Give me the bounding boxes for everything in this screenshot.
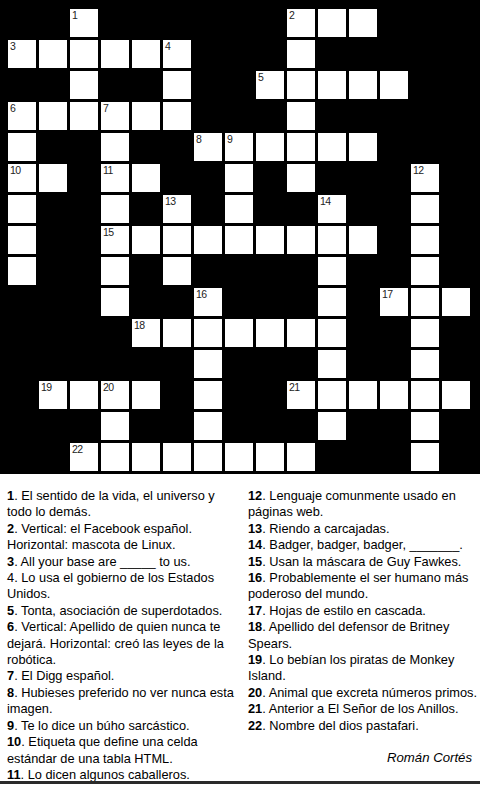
grid-cell-r10c11[interactable] [318,288,346,316]
grid-cell-r1c12[interactable] [349,9,377,37]
block-cell-r9c2 [39,257,67,285]
block-cell-r2c9 [256,40,284,68]
clue-number-label: 8 [7,685,14,700]
block-cell-r12c10 [287,350,315,378]
clues-section: 1. El sentido de la vida, el universo y … [0,474,480,783]
grid-clue-number-21: 21 [289,381,300,393]
block-cell-r2c7 [194,40,222,68]
grid-cell-r3c6[interactable] [163,71,191,99]
grid-cell-r10c7[interactable]: 16 [194,288,222,316]
clue-number-label: 11 [7,767,21,782]
grid-cell-r13c11[interactable] [318,381,346,409]
grid-cell-r1c11[interactable] [318,9,346,37]
grid-cell-r6c2[interactable] [39,164,67,192]
block-cell-r8c13 [380,226,408,254]
grid-cell-r3c10[interactable] [287,71,315,99]
grid-cell-r4c6[interactable] [163,102,191,130]
grid-cell-r13c13[interactable] [380,381,408,409]
block-cell-r1c9 [256,9,284,37]
clue-3: 3. All your base are _____ to us. [7,554,239,570]
block-cell-r14c2 [39,412,67,440]
grid-cell-r2c2[interactable] [39,40,67,68]
grid-cell-r10c4[interactable] [101,288,129,316]
grid-cell-r5c11[interactable] [318,133,346,161]
block-cell-r10c10 [287,288,315,316]
block-cell-r14c10 [287,412,315,440]
block-cell-r1c2 [39,9,67,37]
block-cell-r1c15 [442,9,470,37]
block-cell-r3c15 [442,71,470,99]
block-cell-r11c3 [70,319,98,347]
grid-cell-r13c7[interactable] [194,381,222,409]
grid-cell-r7c14[interactable] [411,195,439,223]
clue-number-label: 13 [248,521,262,536]
clue-number-label: 10 [7,734,21,749]
grid-cell-r8c1[interactable] [8,226,36,254]
grid-cell-r14c11[interactable] [318,412,346,440]
clue-16: 16. Probablemente el ser humano más pode… [248,570,480,603]
block-cell-r4c11 [318,102,346,130]
grid-cell-r15c6[interactable] [163,443,191,471]
block-cell-r3c2 [39,71,67,99]
grid-cell-r11c9[interactable] [256,319,284,347]
grid-cell-r9c11[interactable] [318,257,346,285]
block-cell-r3c1 [8,71,36,99]
grid-cell-r13c5[interactable] [132,381,160,409]
block-cell-r1c8 [225,9,253,37]
block-cell-r12c9 [256,350,284,378]
clue-19: 19. Lo bebían los piratas de Monkey Isla… [248,652,480,685]
block-cell-r11c1 [8,319,36,347]
grid-cell-r15c7[interactable] [194,443,222,471]
clue-17: 17. Hojas de estilo en cascada. [248,603,480,619]
block-cell-r2c11 [318,40,346,68]
block-cell-r12c8 [225,350,253,378]
block-cell-r6c7 [194,164,222,192]
block-cell-r2c12 [349,40,377,68]
block-cell-r13c8 [225,381,253,409]
block-cell-r8c3 [70,226,98,254]
block-cell-r12c6 [163,350,191,378]
clue-21: 21. Anterior a El Señor de los Anillos. [248,701,480,717]
grid-cell-r15c9[interactable] [256,443,284,471]
clue-6: 6. Vertical: Apellido de quien nunca te … [7,619,239,668]
block-cell-r11c13 [380,319,408,347]
grid-cell-r3c11[interactable] [318,71,346,99]
block-cell-r3c8 [225,71,253,99]
block-cell-r15c13 [380,443,408,471]
grid-cell-r3c3[interactable] [70,71,98,99]
block-cell-r4c14 [411,102,439,130]
clue-number-label: 3 [7,554,14,569]
grid-cell-r14c14[interactable] [411,412,439,440]
clue-14: 14. Badger, badger, badger, _______. [248,537,480,553]
block-cell-r10c5 [132,288,160,316]
block-cell-r15c11 [318,443,346,471]
clue-number-label: 16 [248,570,262,585]
grid-cell-r8c7[interactable] [194,226,222,254]
grid-cell-r7c1[interactable] [8,195,36,223]
grid-cell-r11c11[interactable] [318,319,346,347]
block-cell-r14c5 [132,412,160,440]
block-cell-r3c4 [101,71,129,99]
block-cell-r5c3 [70,133,98,161]
grid-clue-number-3: 3 [10,40,15,52]
grid-cell-r3c12[interactable] [349,71,377,99]
clue-5: 5. Tonta, asociación de superdotados. [7,603,239,619]
block-cell-r9c7 [194,257,222,285]
grid-cell-r6c5[interactable] [132,164,160,192]
crossword-grid: 12345678910111213141516171819202122 [8,9,470,471]
clue-12: 12. Lenguaje comunmente usado en páginas… [248,488,480,521]
grid-cell-r13c4[interactable]: 20 [101,381,129,409]
grid-cell-r2c5[interactable] [132,40,160,68]
grid-cell-r7c4[interactable] [101,195,129,223]
grid-cell-r8c5[interactable] [132,226,160,254]
block-cell-r10c8 [225,288,253,316]
grid-cell-r8c6[interactable] [163,226,191,254]
grid-clue-number-17: 17 [382,288,393,300]
block-cell-r12c3 [70,350,98,378]
grid-clue-number-15: 15 [103,226,114,238]
block-cell-r2c14 [411,40,439,68]
clue-number-label: 21 [248,701,262,716]
grid-cell-r8c10[interactable] [287,226,315,254]
block-cell-r5c6 [163,133,191,161]
grid-clue-number-20: 20 [103,381,114,393]
grid-cell-r2c6[interactable]: 4 [163,40,191,68]
grid-cell-r9c6[interactable] [163,257,191,285]
grid-cell-r1c3[interactable]: 1 [70,9,98,37]
grid-cell-r4c10[interactable] [287,102,315,130]
block-cell-r14c12 [349,412,377,440]
clue-number-label: 5 [7,603,14,618]
grid-cell-r5c8[interactable]: 9 [225,133,253,161]
grid-cell-r13c3[interactable] [70,381,98,409]
clue-number-label: 2 [7,521,14,536]
block-cell-r15c15 [442,443,470,471]
block-cell-r7c9 [256,195,284,223]
block-cell-r6c6 [163,164,191,192]
grid-cell-r10c13[interactable]: 17 [380,288,408,316]
grid-cell-r12c14[interactable] [411,350,439,378]
clue-2: 2. Vertical: el Facebook español. Horizo… [7,521,239,554]
block-cell-r1c4 [101,9,129,37]
block-cell-r3c5 [132,71,160,99]
grid-cell-r15c4[interactable] [101,443,129,471]
clues-column-left: 1. El sentido de la vida, el universo y … [7,488,239,783]
grid-clue-number-9: 9 [227,133,232,145]
grid-cell-r10c14[interactable] [411,288,439,316]
grid-cell-r7c11[interactable]: 14 [318,195,346,223]
clue-number-label: 18 [248,619,262,634]
grid-cell-r13c12[interactable] [349,381,377,409]
block-cell-r14c3 [70,412,98,440]
block-cell-r3c14 [411,71,439,99]
clues-column-right: 12. Lenguaje comunmente usado en páginas… [248,488,480,783]
grid-cell-r4c1[interactable]: 6 [8,102,36,130]
block-cell-r10c12 [349,288,377,316]
grid-clue-number-4: 4 [165,40,170,52]
clue-number-label: 17 [248,603,262,618]
author-signature: Román Cortés [248,750,480,766]
grid-cell-r5c9[interactable] [256,133,284,161]
block-cell-r14c9 [256,412,284,440]
block-cell-r12c15 [442,350,470,378]
block-cell-r1c7 [194,9,222,37]
block-cell-r5c13 [380,133,408,161]
grid-cell-r13c14[interactable] [411,381,439,409]
grid-clue-number-7: 7 [103,102,108,114]
grid-cell-r2c10[interactable] [287,40,315,68]
block-cell-r10c1 [8,288,36,316]
block-cell-r1c14 [411,9,439,37]
block-cell-r6c9 [256,164,284,192]
block-cell-r2c15 [442,40,470,68]
block-cell-r5c5 [132,133,160,161]
clue-number-label: 14 [248,537,262,552]
grid-cell-r8c9[interactable] [256,226,284,254]
grid-cell-r15c3[interactable]: 22 [70,443,98,471]
block-cell-r9c9 [256,257,284,285]
grid-cell-r8c8[interactable] [225,226,253,254]
grid-clue-number-12: 12 [413,164,424,176]
grid-cell-r4c5[interactable] [132,102,160,130]
grid-clue-number-22: 22 [72,443,83,455]
clue-number-label: 15 [248,554,262,569]
block-cell-r15c2 [39,443,67,471]
grid-cell-r6c14[interactable]: 12 [411,164,439,192]
clue-number-label: 20 [248,685,262,700]
block-cell-r14c1 [8,412,36,440]
grid-cell-r8c11[interactable] [318,226,346,254]
grid-cell-r4c3[interactable] [70,102,98,130]
block-cell-r7c10 [287,195,315,223]
grid-cell-r7c6[interactable]: 13 [163,195,191,223]
clue-number-label: 4 [7,570,14,585]
block-cell-r14c8 [225,412,253,440]
block-cell-r12c2 [39,350,67,378]
block-cell-r7c5 [132,195,160,223]
block-cell-r9c3 [70,257,98,285]
grid-clue-number-1: 1 [72,9,77,21]
block-cell-r9c10 [287,257,315,285]
block-cell-r9c15 [442,257,470,285]
block-cell-r11c15 [442,319,470,347]
clue-number-label: 12 [248,488,262,503]
grid-cell-r6c8[interactable] [225,164,253,192]
grid-cell-r13c2[interactable]: 19 [39,381,67,409]
grid-cell-r11c10[interactable] [287,319,315,347]
grid-cell-r13c10[interactable]: 21 [287,381,315,409]
block-cell-r8c15 [442,226,470,254]
bottom-divider [0,781,480,784]
grid-cell-r11c5[interactable]: 18 [132,319,160,347]
clue-7: 7. El Digg español. [7,668,239,684]
block-cell-r11c2 [39,319,67,347]
crossword-board: 12345678910111213141516171819202122 [0,0,480,474]
clue-8: 8. Hubieses preferido no ver nunca esta … [7,685,239,718]
block-cell-r9c8 [225,257,253,285]
clue-number-label: 6 [7,619,14,634]
grid-cell-r3c13[interactable] [380,71,408,99]
clue-number-label: 7 [7,668,14,683]
block-cell-r9c12 [349,257,377,285]
block-cell-r4c7 [194,102,222,130]
block-cell-r10c3 [70,288,98,316]
grid-cell-r11c6[interactable] [163,319,191,347]
block-cell-r7c12 [349,195,377,223]
grid-cell-r4c2[interactable] [39,102,67,130]
grid-cell-r8c4[interactable]: 15 [101,226,129,254]
grid-cell-r5c1[interactable] [8,133,36,161]
grid-cell-r9c1[interactable] [8,257,36,285]
grid-cell-r2c4[interactable] [101,40,129,68]
clue-9: 9. Te lo dice un búho sarcástico. [7,718,239,734]
block-cell-r4c8 [225,102,253,130]
block-cell-r1c6 [163,9,191,37]
grid-cell-r6c10[interactable] [287,164,315,192]
grid-cell-r11c14[interactable] [411,319,439,347]
clue-number-label: 1 [7,488,14,503]
grid-clue-number-5: 5 [258,71,263,83]
grid-cell-r11c7[interactable] [194,319,222,347]
block-cell-r13c1 [8,381,36,409]
crossword-page: 12345678910111213141516171819202122 1. E… [0,0,480,783]
block-cell-r1c5 [132,9,160,37]
grid-cell-r14c7[interactable] [194,412,222,440]
grid-clue-number-19: 19 [41,381,52,393]
grid-clue-number-11: 11 [103,164,113,176]
grid-cell-r5c12[interactable] [349,133,377,161]
block-cell-r14c15 [442,412,470,440]
block-cell-r7c15 [442,195,470,223]
grid-cell-r9c14[interactable] [411,257,439,285]
block-cell-r4c15 [442,102,470,130]
grid-cell-r6c1[interactable]: 10 [8,164,36,192]
block-cell-r2c13 [380,40,408,68]
block-cell-r7c13 [380,195,408,223]
block-cell-r13c9 [256,381,284,409]
grid-cell-r13c15[interactable] [442,381,470,409]
block-cell-r14c6 [163,412,191,440]
block-cell-r5c2 [39,133,67,161]
grid-cell-r15c8[interactable] [225,443,253,471]
grid-clue-number-6: 6 [10,102,15,114]
grid-cell-r5c7[interactable]: 8 [194,133,222,161]
clue-number-label: 22 [248,718,262,733]
clue-13: 13. Riendo a carcajadas. [248,521,480,537]
grid-cell-r4c4[interactable]: 7 [101,102,129,130]
clue-18: 18. Apellido del defensor de Britney Spe… [248,619,480,652]
block-cell-r5c15 [442,133,470,161]
block-cell-r15c12 [349,443,377,471]
grid-cell-r8c12[interactable] [349,226,377,254]
block-cell-r6c3 [70,164,98,192]
block-cell-r7c2 [39,195,67,223]
clue-number-label: 9 [7,718,14,733]
block-cell-r12c5 [132,350,160,378]
grid-cell-r2c3[interactable] [70,40,98,68]
clue-22: 22. Nombre del dios pastafari. [248,718,480,734]
grid-clue-number-8: 8 [196,133,201,145]
block-cell-r7c3 [70,195,98,223]
grid-cell-r14c4[interactable] [101,412,129,440]
grid-cell-r7c8[interactable] [225,195,253,223]
block-cell-r7c7 [194,195,222,223]
grid-cell-r5c4[interactable] [101,133,129,161]
clue-4: 4. Lo usa el gobierno de los Estados Uni… [7,570,239,603]
block-cell-r3c7 [194,71,222,99]
grid-cell-r11c8[interactable] [225,319,253,347]
block-cell-r5c14 [411,133,439,161]
block-cell-r9c5 [132,257,160,285]
grid-cell-r3c9[interactable]: 5 [256,71,284,99]
block-cell-r4c13 [380,102,408,130]
grid-cell-r9c4[interactable] [101,257,129,285]
block-cell-r4c12 [349,102,377,130]
grid-cell-r10c15[interactable] [442,288,470,316]
grid-cell-r5c10[interactable] [287,133,315,161]
grid-cell-r1c10[interactable]: 2 [287,9,315,37]
clue-10: 10. Etiqueta que define una celda estánd… [7,734,239,767]
grid-cell-r15c14[interactable] [411,443,439,471]
block-cell-r11c4 [101,319,129,347]
block-cell-r6c11 [318,164,346,192]
block-cell-r9c13 [380,257,408,285]
block-cell-r10c6 [163,288,191,316]
block-cell-r12c4 [101,350,129,378]
grid-clue-number-16: 16 [196,288,207,300]
grid-cell-r15c5[interactable] [132,443,160,471]
block-cell-r6c13 [380,164,408,192]
grid-clue-number-18: 18 [134,319,145,331]
block-cell-r15c1 [8,443,36,471]
block-cell-r8c2 [39,226,67,254]
grid-clue-number-2: 2 [289,9,294,21]
block-cell-r11c12 [349,319,377,347]
block-cell-r10c9 [256,288,284,316]
clue-15: 15. Usan la máscara de Guy Fawkes. [248,554,480,570]
block-cell-r12c12 [349,350,377,378]
clues-list-right: 12. Lenguaje comunmente usado en páginas… [248,488,480,734]
block-cell-r4c9 [256,102,284,130]
clue-number-label: 19 [248,652,262,667]
block-cell-r2c8 [225,40,253,68]
block-cell-r12c13 [380,350,408,378]
block-cell-r13c6 [163,381,191,409]
grid-clue-number-14: 14 [320,195,331,207]
grid-cell-r8c14[interactable] [411,226,439,254]
grid-cell-r12c7[interactable] [194,350,222,378]
block-cell-r6c15 [442,164,470,192]
block-cell-r10c2 [39,288,67,316]
clue-20: 20. Animal que excreta números primos. [248,685,480,701]
clue-1: 1. El sentido de la vida, el universo y … [7,488,239,521]
block-cell-r14c13 [380,412,408,440]
grid-cell-r12c11[interactable] [318,350,346,378]
grid-clue-number-13: 13 [165,195,176,207]
grid-cell-r15c10[interactable] [287,443,315,471]
grid-clue-number-10: 10 [10,164,21,176]
block-cell-r1c1 [8,9,36,37]
block-cell-r1c13 [380,9,408,37]
grid-cell-r2c1[interactable]: 3 [8,40,36,68]
block-cell-r12c1 [8,350,36,378]
grid-cell-r6c4[interactable]: 11 [101,164,129,192]
block-cell-r6c12 [349,164,377,192]
